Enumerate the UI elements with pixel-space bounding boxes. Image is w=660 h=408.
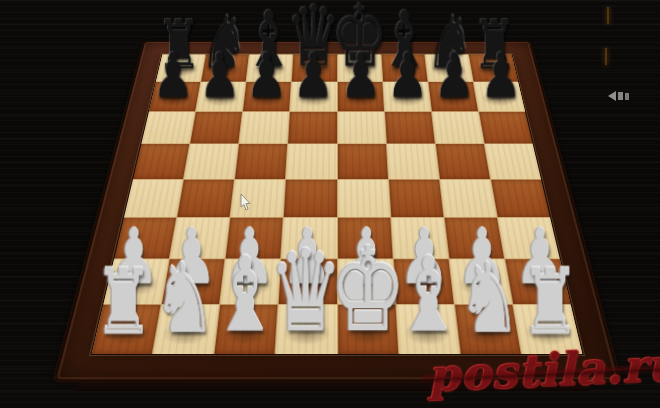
square-d6[interactable]	[288, 112, 336, 144]
view-2d-button[interactable]	[607, 8, 609, 23]
square-a7[interactable]: ♟	[149, 82, 200, 111]
board-2d-icon	[607, 7, 609, 24]
view-3d-button[interactable]	[605, 49, 607, 64]
square-g7[interactable]: ♟	[428, 82, 478, 111]
white-knight[interactable]: ♞	[153, 253, 217, 345]
square-c6[interactable]	[239, 112, 289, 144]
square-f6[interactable]	[385, 112, 435, 144]
white-rook[interactable]: ♜	[520, 259, 580, 345]
square-c7[interactable]: ♟	[243, 82, 291, 111]
square-d5[interactable]	[286, 144, 336, 178]
square-a5[interactable]	[133, 144, 189, 178]
square-g5[interactable]	[436, 144, 490, 178]
square-e6[interactable]	[337, 112, 385, 144]
square-b4[interactable]	[177, 179, 234, 216]
square-h7[interactable]: ♟	[474, 82, 525, 111]
black-pawn[interactable]: ♟	[480, 47, 521, 106]
mouse-cursor	[240, 194, 251, 215]
square-a6[interactable]	[141, 112, 195, 144]
square-g6[interactable]	[432, 112, 484, 144]
square-f7[interactable]: ♟	[383, 82, 431, 111]
black-pawn[interactable]: ♟	[153, 47, 194, 106]
square-b7[interactable]: ♟	[196, 82, 246, 111]
square-e5[interactable]	[337, 144, 387, 178]
black-pawn[interactable]: ♟	[293, 47, 334, 106]
black-pawn[interactable]: ♟	[199, 47, 240, 106]
black-pawn[interactable]: ♟	[387, 47, 428, 106]
white-queen[interactable]: ♛	[269, 238, 344, 345]
board-grid: ♜♞♝♛♚♝♞♜♟♟♟♟♟♟♟♟♟♟♟♟♟♟♟♟♜♞♝♛♚♝♞♜	[92, 54, 583, 353]
black-pawn[interactable]: ♟	[434, 47, 475, 106]
board-3d-tilted-icon	[605, 48, 607, 65]
square-h4[interactable]	[491, 179, 550, 216]
square-a1[interactable]: ♜	[92, 305, 161, 354]
square-e7[interactable]: ♟	[337, 82, 383, 111]
square-e1[interactable]: ♚	[338, 305, 398, 354]
square-a4[interactable]	[124, 179, 183, 216]
white-knight[interactable]: ♞	[457, 253, 521, 345]
square-f5[interactable]	[387, 144, 439, 178]
square-g4[interactable]	[440, 179, 497, 216]
square-b5[interactable]	[184, 144, 238, 178]
square-e4[interactable]	[338, 179, 390, 216]
watermark: postila.ru	[427, 339, 660, 402]
square-f4[interactable]	[389, 179, 444, 216]
square-h6[interactable]	[479, 112, 533, 144]
black-pawn[interactable]: ♟	[246, 47, 287, 106]
square-d1[interactable]: ♛	[276, 305, 336, 354]
square-d4[interactable]	[284, 179, 336, 216]
square-b6[interactable]	[190, 112, 242, 144]
square-c4[interactable]	[231, 179, 286, 216]
square-h5[interactable]	[485, 144, 541, 178]
black-pawn[interactable]: ♟	[340, 47, 381, 106]
square-b1[interactable]: ♞	[153, 305, 219, 354]
square-c5[interactable]	[235, 144, 287, 178]
undo-arrow-icon	[608, 91, 634, 101]
chess-board-frame: ♜♞♝♛♚♝♞♜♟♟♟♟♟♟♟♟♟♟♟♟♟♟♟♟♜♞♝♛♚♝♞♜	[52, 41, 623, 383]
white-rook[interactable]: ♜	[94, 259, 154, 345]
square-d7[interactable]: ♟	[290, 82, 336, 111]
undo-button[interactable]	[608, 88, 634, 104]
